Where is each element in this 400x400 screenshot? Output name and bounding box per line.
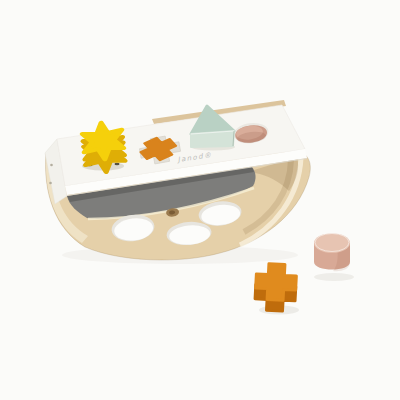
end-cap-screw-1 xyxy=(50,164,53,167)
end-cap-screw-2 xyxy=(49,182,52,185)
toy-illustration: Janod® xyxy=(0,0,400,400)
product-photo-scene: Janod® xyxy=(0,0,400,400)
star-piece-foot-2 xyxy=(115,163,120,165)
cylinder-piece-shadow xyxy=(314,273,354,281)
